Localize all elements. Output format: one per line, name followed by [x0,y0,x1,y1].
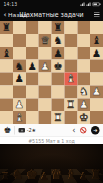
square-h7[interactable]: ♝ [90,34,103,47]
square-f4[interactable]: ♝ [64,73,77,86]
forbidden-icon[interactable] [80,127,87,134]
square-f8[interactable] [64,21,77,34]
clock: 14:13 [4,2,18,7]
square-h4[interactable] [90,73,103,86]
square-b2[interactable]: ♟ [13,98,26,111]
banner-vignette [0,144,103,183]
square-d4[interactable] [39,73,52,86]
square-h5[interactable] [90,60,103,73]
piece-black-knight: ♞ [15,61,24,72]
square-e7[interactable]: ♞ [52,34,65,47]
piece-black-bishop: ♝ [2,48,11,59]
square-c8[interactable] [26,21,39,34]
square-c6[interactable] [26,47,39,60]
square-b7[interactable] [13,34,26,47]
piece-black-pawn: ♟ [27,61,36,72]
square-c1[interactable] [26,111,39,124]
battery-icon [93,2,100,6]
square-c7[interactable] [26,34,39,47]
square-b4[interactable]: ♟ [13,73,26,86]
square-h6[interactable]: ♟ [90,47,103,60]
cellular-signal-icon [81,2,85,6]
square-f1[interactable] [64,111,77,124]
hint-penalty-label: -2★ [27,128,36,134]
square-e1[interactable]: ♜ [52,111,65,124]
status-bar: 14:13 [0,0,103,8]
square-c4[interactable] [26,73,39,86]
undo-button[interactable]: ‹ [72,126,75,134]
square-d3[interactable] [39,85,52,98]
square-f7[interactable] [64,34,77,47]
square-c3[interactable] [26,85,39,98]
back-chevron-icon: ‹ [4,10,7,18]
square-g7[interactable] [77,34,90,47]
piece-white-pawn: ♟ [40,61,49,72]
square-g4[interactable] [77,73,90,86]
square-e8[interactable]: ♜ [52,21,65,34]
wifi-signal-icon [87,2,91,6]
square-d5[interactable]: ♟ [39,60,52,73]
square-g2[interactable]: ♟ [77,98,90,111]
square-h3[interactable]: ♟ [90,85,103,98]
square-f2[interactable]: ♜ [64,98,77,111]
piece-white-rook: ♜ [53,112,62,123]
square-h1[interactable] [90,111,103,124]
square-a6[interactable]: ♝ [0,47,13,60]
divider [15,126,16,135]
square-b8[interactable] [13,21,26,34]
square-c2[interactable] [26,98,39,111]
square-f3[interactable] [64,85,77,98]
nav-bar: ‹ Назад Шахматные задачи [0,8,103,21]
square-g1[interactable]: ♚ [77,111,90,124]
piece-black-pawn: ♟ [53,48,62,59]
square-g6[interactable] [77,47,90,60]
next-puzzle-button[interactable]: ➔ [91,126,100,135]
square-b3[interactable] [13,85,26,98]
piece-black-bishop: ♝ [92,35,101,46]
piece-white-queen: ♛ [40,35,49,46]
square-h2[interactable] [90,98,103,111]
square-a8[interactable]: ♜ [0,21,13,34]
square-d6[interactable] [39,47,52,60]
piece-white-knight: ♞ [79,87,88,98]
square-a5[interactable] [0,60,13,73]
square-d7[interactable]: ♛ [39,34,52,47]
square-c5[interactable]: ♟ [26,60,39,73]
square-d2[interactable] [39,98,52,111]
square-g8[interactable] [77,21,90,34]
board: ♜♜♛♞♝♝♟♟♞♟♟♚♟♝♞♟♟♜♟♝♜♚ [0,21,103,124]
phone-screen: 14:13 ‹ Назад Шахматные задачи ♜♜♛♞♝♝♟♟♞… [0,0,103,183]
square-a1[interactable] [0,111,13,124]
square-b1[interactable]: ♝ [13,111,26,124]
piece-black-rook: ♜ [2,22,11,33]
square-h8[interactable] [90,21,103,34]
piece-white-pawn: ♟ [92,87,101,98]
piece-white-rook: ♜ [66,99,75,110]
piece-black-rook: ♜ [53,22,62,33]
menu-icon[interactable] [94,12,100,16]
square-f5[interactable] [64,60,77,73]
piece-black-king: ♚ [53,61,62,72]
piece-white-pawn: ♟ [15,99,24,110]
square-b5[interactable]: ♞ [13,60,26,73]
square-d1[interactable] [39,111,52,124]
hint-button[interactable]: -2★ [19,128,36,134]
piece-white-bishop: ♝ [15,112,24,123]
square-a2[interactable] [0,98,13,111]
piece-white-king: ♚ [79,112,88,123]
square-b6[interactable] [13,47,26,60]
square-g5[interactable] [77,60,90,73]
square-a7[interactable] [0,34,13,47]
piece-black-pawn: ♟ [92,48,101,59]
square-g3[interactable]: ♞ [77,85,90,98]
arrow-right-icon: ➔ [93,128,97,133]
video-hint-icon [19,128,26,133]
square-a3[interactable] [0,85,13,98]
square-e2[interactable] [52,98,65,111]
square-d8[interactable] [39,21,52,34]
square-e6[interactable]: ♟ [52,47,65,60]
square-e5[interactable]: ♚ [52,60,65,73]
square-e4[interactable] [52,73,65,86]
puzzle-caption: #5155 Мат в 1 ход [0,137,103,144]
piece-black-pawn: ♟ [15,74,24,85]
piece-white-bishop: ♝ [66,74,75,85]
square-a4[interactable] [0,73,13,86]
puzzle-toolbar: ♚ -2★ ‹ ➔ [0,124,103,137]
piece-white-pawn: ♟ [79,99,88,110]
piece-black-knight: ♞ [53,35,62,46]
square-e3[interactable] [52,85,65,98]
square-f6[interactable] [64,47,77,60]
chess-photo-banner[interactable]: ♜♞♚♟ ♛♝♟♜ [0,144,103,183]
back-button[interactable]: ‹ Назад [4,11,28,18]
black-king-turn-icon: ♚ [4,126,12,135]
back-label: Назад [8,11,27,18]
